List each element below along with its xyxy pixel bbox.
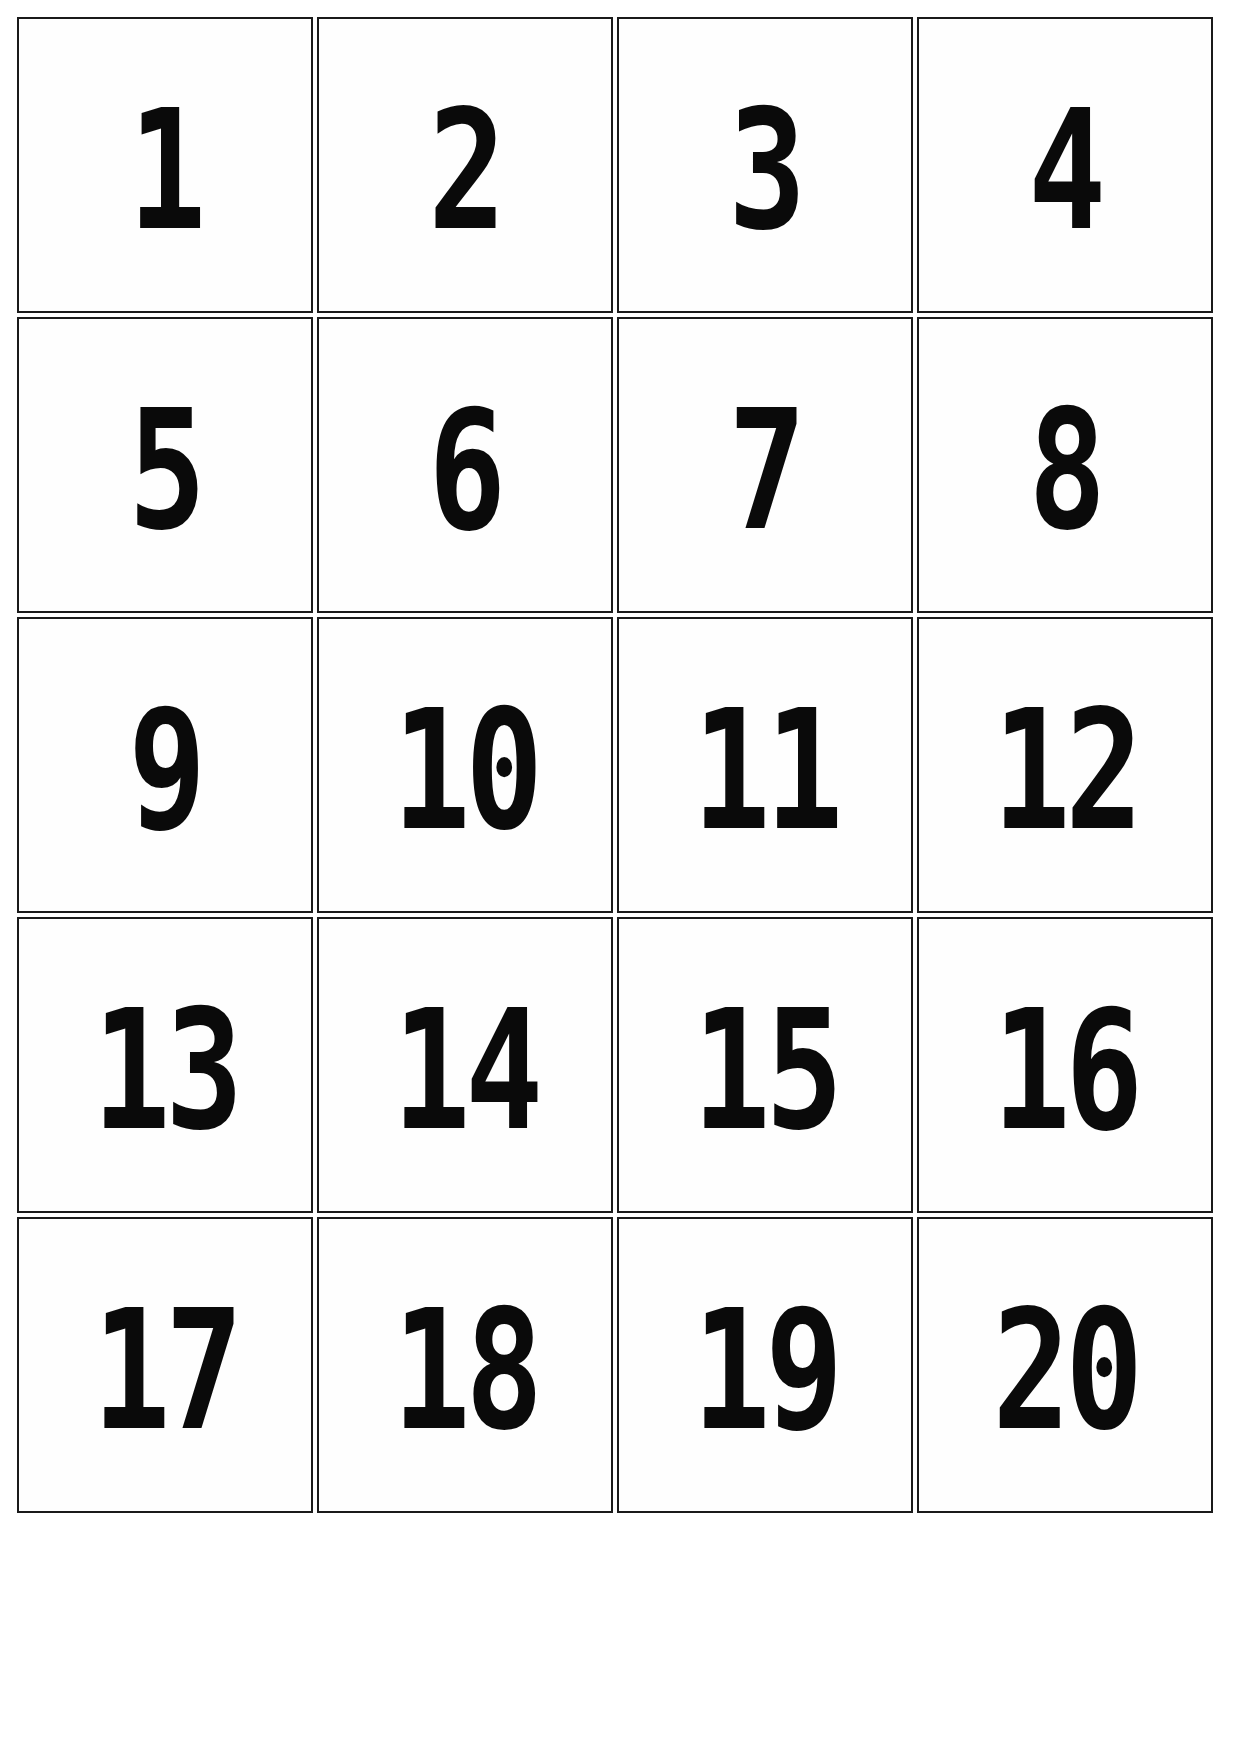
- number-card: 17: [17, 1217, 313, 1513]
- worksheet-page: 1234567891011121314151617181920: [0, 0, 1240, 1754]
- number-card: 4: [917, 17, 1213, 313]
- number-card: 19: [617, 1217, 913, 1513]
- card-number: 14: [392, 988, 538, 1154]
- number-card: 11: [617, 617, 913, 913]
- number-card: 14: [317, 917, 613, 1213]
- number-card: 7: [617, 317, 913, 613]
- number-card: 1: [17, 17, 313, 313]
- card-number: 16: [992, 988, 1138, 1154]
- card-number: 18: [392, 1288, 538, 1454]
- card-number: 9: [129, 688, 202, 854]
- number-card: 6: [317, 317, 613, 613]
- number-card: 12: [917, 617, 1213, 913]
- card-number: 13: [92, 988, 238, 1154]
- number-card: 15: [617, 917, 913, 1213]
- card-number: 5: [129, 388, 202, 554]
- number-card: 8: [917, 317, 1213, 613]
- card-number: 20: [992, 1288, 1138, 1454]
- number-card: 5: [17, 317, 313, 613]
- card-number: 8: [1029, 388, 1102, 554]
- number-card: 2: [317, 17, 613, 313]
- card-grid: 1234567891011121314151617181920: [17, 17, 1213, 1513]
- card-number: 2: [429, 88, 502, 254]
- number-card: 20: [917, 1217, 1213, 1513]
- card-number: 15: [692, 988, 838, 1154]
- number-card: 10: [317, 617, 613, 913]
- card-number: 19: [692, 1288, 838, 1454]
- card-number: 12: [992, 688, 1138, 854]
- card-number: 4: [1029, 88, 1102, 254]
- number-card: 16: [917, 917, 1213, 1213]
- card-number: 11: [692, 688, 838, 854]
- card-number: 3: [729, 88, 802, 254]
- number-card: 9: [17, 617, 313, 913]
- number-card: 13: [17, 917, 313, 1213]
- card-number: 7: [729, 388, 802, 554]
- card-number: 10: [392, 688, 538, 854]
- number-card: 3: [617, 17, 913, 313]
- card-number: 17: [92, 1288, 238, 1454]
- number-card: 18: [317, 1217, 613, 1513]
- card-number: 6: [429, 388, 502, 554]
- card-number: 1: [129, 88, 202, 254]
